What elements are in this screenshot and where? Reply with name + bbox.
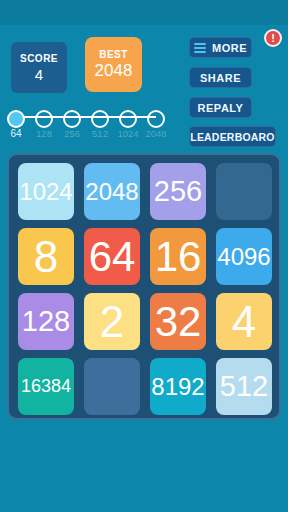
score-label: SCORE (20, 53, 58, 64)
milestone-circle-256 (63, 110, 81, 128)
status-bar (0, 0, 288, 25)
tile-8: 8 (18, 228, 74, 285)
tile-2: 2 (84, 293, 140, 350)
best-value: 2048 (95, 61, 133, 81)
tile-1024: 1024 (18, 163, 74, 220)
tile-4: 4 (216, 293, 272, 350)
empty-cell (216, 163, 272, 220)
board-grid[interactable]: 102420482568641640961282324163848192512 (9, 155, 288, 434)
app-screen: SCORE 4 BEST 2048 MORE ! SHARE REPALY LE… (0, 0, 288, 512)
share-button[interactable]: SHARE (189, 67, 252, 88)
milestone-progress: 6412825651210242048 (0, 100, 180, 145)
score-box: SCORE 4 (11, 42, 67, 93)
tile-64: 64 (84, 228, 140, 285)
notification-badge[interactable]: ! (264, 29, 282, 47)
empty-cell (84, 358, 140, 415)
exclamation-icon: ! (271, 32, 275, 44)
more-button-label: MORE (212, 42, 247, 54)
milestone-circle-1024 (119, 110, 137, 128)
milestone-label-2048: 2048 (139, 128, 173, 139)
best-box: BEST 2048 (85, 37, 142, 92)
tile-8192: 8192 (150, 358, 206, 415)
milestone-circle-2048 (147, 110, 165, 128)
share-button-label: SHARE (200, 72, 241, 84)
tile-32: 32 (150, 293, 206, 350)
replay-button-label: REPALY (198, 102, 244, 114)
milestone-circle-128 (35, 110, 53, 128)
milestone-circle-64 (7, 110, 25, 128)
leaderboard-button[interactable]: LEADERBOARO (189, 126, 276, 147)
tile-512: 512 (216, 358, 272, 415)
game-board[interactable]: 102420482568641640961282324163848192512 (7, 153, 281, 420)
leaderboard-button-label: LEADERBOARO (190, 131, 274, 143)
tile-16: 16 (150, 228, 206, 285)
score-value: 4 (35, 66, 43, 83)
tile-16384: 16384 (18, 358, 74, 415)
replay-button[interactable]: REPALY (189, 97, 252, 118)
tile-256: 256 (150, 163, 206, 220)
tile-4096: 4096 (216, 228, 272, 285)
more-button[interactable]: MORE (189, 37, 252, 58)
milestone-circle-512 (91, 110, 109, 128)
tile-2048: 2048 (84, 163, 140, 220)
hamburger-icon (194, 43, 206, 53)
best-label: BEST (99, 49, 128, 60)
tile-128: 128 (18, 293, 74, 350)
